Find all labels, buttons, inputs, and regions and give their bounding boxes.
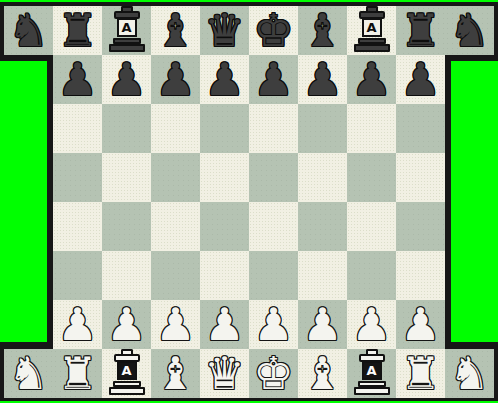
archbishop-letter: A [117, 18, 137, 37]
black-pawn[interactable]: ♟ [57, 55, 97, 104]
square-h7[interactable]: ♟ [396, 55, 445, 104]
square-f4[interactable] [298, 202, 347, 251]
square-b3[interactable] [102, 251, 151, 300]
square-e5[interactable] [249, 153, 298, 202]
square-f2[interactable]: ♟ [298, 300, 347, 349]
square-b4[interactable] [102, 202, 151, 251]
square-f1[interactable]: ♝ [298, 349, 347, 398]
main-board-grid: ♜A♝♛♚♝A♜♟♟♟♟♟♟♟♟♟♟♟♟♟♟♟♟♜A♝♛♚♝A♜ [53, 6, 445, 398]
square-b2[interactable]: ♟ [102, 300, 151, 349]
black-rook[interactable]: ♜ [400, 6, 440, 55]
black-knight[interactable]: ♞ [8, 6, 48, 55]
black-pawn[interactable]: ♟ [204, 55, 244, 104]
corner-square-bottom-left[interactable]: ♞ [4, 349, 53, 398]
white-pawn[interactable]: ♟ [400, 300, 440, 349]
black-pawn[interactable]: ♟ [155, 55, 195, 104]
square-d5[interactable] [200, 153, 249, 202]
white-bishop[interactable]: ♝ [302, 349, 342, 398]
square-f6[interactable] [298, 104, 347, 153]
square-f7[interactable]: ♟ [298, 55, 347, 104]
black-pawn[interactable]: ♟ [400, 55, 440, 104]
white-rook[interactable]: ♜ [400, 349, 440, 398]
archbishop-plinth [354, 387, 390, 395]
square-e7[interactable]: ♟ [249, 55, 298, 104]
white-pawn[interactable]: ♟ [253, 300, 293, 349]
square-b6[interactable] [102, 104, 151, 153]
square-d7[interactable]: ♟ [200, 55, 249, 104]
square-c7[interactable]: ♟ [151, 55, 200, 104]
corner-square-top-right[interactable]: ♞ [445, 6, 494, 55]
archbishop-base [358, 38, 386, 45]
square-d3[interactable] [200, 251, 249, 300]
black-knight[interactable]: ♞ [449, 6, 489, 55]
archbishop-base [113, 38, 141, 45]
white-bishop[interactable]: ♝ [155, 349, 195, 398]
square-c3[interactable] [151, 251, 200, 300]
chess-variant-window: ♜A♝♛♚♝A♜♟♟♟♟♟♟♟♟♟♟♟♟♟♟♟♟♜A♝♛♚♝A♜ ♞ ♞ ♞ ♞ [0, 0, 498, 403]
white-rook[interactable]: ♜ [57, 349, 97, 398]
archbishop-plinth [109, 387, 145, 395]
corner-square-top-left[interactable]: ♞ [4, 6, 53, 55]
square-a6[interactable] [53, 104, 102, 153]
white-pawn[interactable]: ♟ [204, 300, 244, 349]
square-a7[interactable]: ♟ [53, 55, 102, 104]
square-h5[interactable] [396, 153, 445, 202]
square-f3[interactable] [298, 251, 347, 300]
black-queen[interactable]: ♛ [204, 6, 244, 55]
black-pawn[interactable]: ♟ [106, 55, 146, 104]
square-d8[interactable]: ♛ [200, 6, 249, 55]
square-h2[interactable]: ♟ [396, 300, 445, 349]
archbishop-base [358, 381, 386, 388]
square-h1[interactable]: ♜ [396, 349, 445, 398]
square-a1[interactable]: ♜ [53, 349, 102, 398]
square-c2[interactable]: ♟ [151, 300, 200, 349]
square-e3[interactable] [249, 251, 298, 300]
white-queen[interactable]: ♛ [204, 349, 244, 398]
square-d4[interactable] [200, 202, 249, 251]
square-h4[interactable] [396, 202, 445, 251]
square-d1[interactable]: ♛ [200, 349, 249, 398]
black-rook[interactable]: ♜ [57, 6, 97, 55]
square-e2[interactable]: ♟ [249, 300, 298, 349]
archbishop-letter: A [362, 18, 382, 37]
square-c6[interactable] [151, 104, 200, 153]
black-king[interactable]: ♚ [253, 6, 293, 55]
square-h8[interactable]: ♜ [396, 6, 445, 55]
square-a5[interactable] [53, 153, 102, 202]
square-c4[interactable] [151, 202, 200, 251]
archbishop-plinth [109, 44, 145, 52]
black-pawn[interactable]: ♟ [302, 55, 342, 104]
corner-square-bottom-right[interactable]: ♞ [445, 349, 494, 398]
square-h3[interactable] [396, 251, 445, 300]
square-b5[interactable] [102, 153, 151, 202]
top-green-strip [0, 0, 498, 2]
square-b7[interactable]: ♟ [102, 55, 151, 104]
square-g3[interactable] [347, 251, 396, 300]
white-pawn[interactable]: ♟ [57, 300, 97, 349]
white-pawn[interactable]: ♟ [155, 300, 195, 349]
white-knight[interactable]: ♞ [8, 349, 48, 398]
black-archbishop[interactable]: A [102, 6, 151, 55]
square-d2[interactable]: ♟ [200, 300, 249, 349]
square-h6[interactable] [396, 104, 445, 153]
black-bishop[interactable]: ♝ [302, 6, 342, 55]
square-g6[interactable] [347, 104, 396, 153]
white-pawn[interactable]: ♟ [351, 300, 391, 349]
square-g4[interactable] [347, 202, 396, 251]
white-king[interactable]: ♚ [253, 349, 293, 398]
square-g8[interactable]: A [347, 6, 396, 55]
square-e1[interactable]: ♚ [249, 349, 298, 398]
black-pawn[interactable]: ♟ [351, 55, 391, 104]
square-b1[interactable]: A [102, 349, 151, 398]
black-archbishop[interactable]: A [347, 6, 396, 55]
square-f5[interactable] [298, 153, 347, 202]
square-d6[interactable] [200, 104, 249, 153]
archbishop-base [113, 381, 141, 388]
square-c1[interactable]: ♝ [151, 349, 200, 398]
square-a3[interactable] [53, 251, 102, 300]
square-c8[interactable]: ♝ [151, 6, 200, 55]
square-c5[interactable] [151, 153, 200, 202]
white-knight[interactable]: ♞ [449, 349, 489, 398]
square-e8[interactable]: ♚ [249, 6, 298, 55]
square-f8[interactable]: ♝ [298, 6, 347, 55]
archbishop-letter: A [117, 361, 137, 380]
white-pawn[interactable]: ♟ [106, 300, 146, 349]
square-g5[interactable] [347, 153, 396, 202]
square-g2[interactable]: ♟ [347, 300, 396, 349]
square-a8[interactable]: ♜ [53, 6, 102, 55]
square-a4[interactable] [53, 202, 102, 251]
white-archbishop[interactable]: A [102, 349, 151, 398]
white-archbishop[interactable]: A [347, 349, 396, 398]
square-g1[interactable]: A [347, 349, 396, 398]
archbishop-plinth [354, 44, 390, 52]
square-a2[interactable]: ♟ [53, 300, 102, 349]
black-bishop[interactable]: ♝ [155, 6, 195, 55]
square-e4[interactable] [249, 202, 298, 251]
square-g7[interactable]: ♟ [347, 55, 396, 104]
white-pawn[interactable]: ♟ [302, 300, 342, 349]
square-b8[interactable]: A [102, 6, 151, 55]
black-pawn[interactable]: ♟ [253, 55, 293, 104]
square-e6[interactable] [249, 104, 298, 153]
archbishop-letter: A [362, 361, 382, 380]
